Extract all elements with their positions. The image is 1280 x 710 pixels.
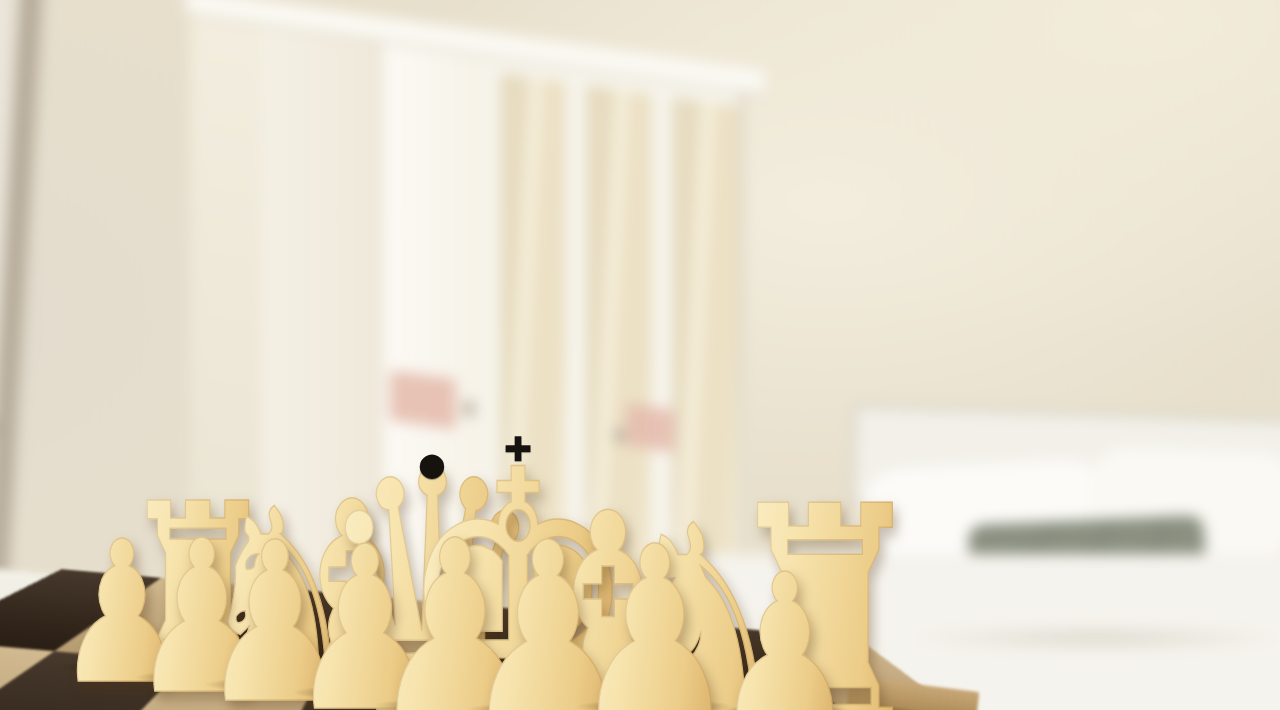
piece-layer: ♜♞♝♛●♚✚♝♞♜♟♟♟♟♟♟♟♟ [0,0,1280,710]
piece-glyph: ♟ [713,547,857,710]
bedroom-chess-photo: ♜♞♝♛●♚✚♝♞♜♟♟♟♟♟♟♟♟ [0,0,1280,710]
white-pawn-h2[interactable]: ♟ [690,547,879,710]
